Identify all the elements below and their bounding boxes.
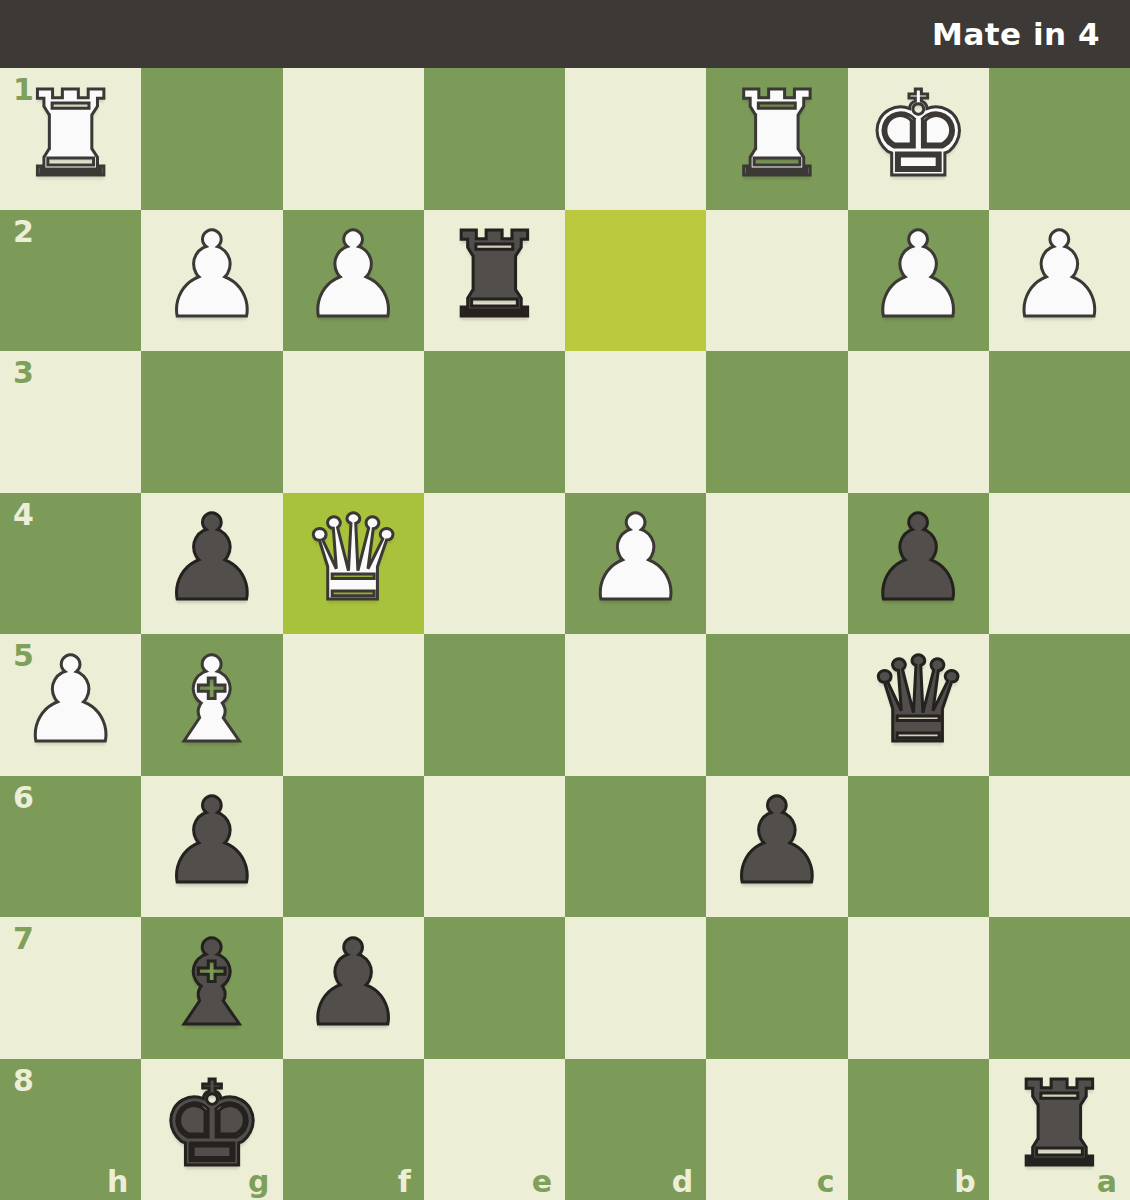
file-label-e: e	[532, 1167, 552, 1197]
rank-label-3: 3	[13, 358, 34, 388]
square-e2[interactable]: ♜	[424, 210, 565, 352]
square-c4[interactable]	[706, 493, 847, 635]
square-c6[interactable]: ♟	[706, 776, 847, 918]
square-c5[interactable]	[706, 634, 847, 776]
square-g2[interactable]: ♟	[141, 210, 282, 352]
white-pawn[interactable]: ♟	[583, 499, 689, 617]
white-pawn[interactable]: ♟	[865, 216, 971, 334]
white-rook[interactable]: ♜	[724, 75, 830, 193]
square-g7[interactable]: ♝	[141, 917, 282, 1059]
square-c3[interactable]	[706, 351, 847, 493]
file-label-h: h	[107, 1167, 128, 1197]
square-c1[interactable]: ♜	[706, 68, 847, 210]
square-f7[interactable]: ♟	[283, 917, 424, 1059]
square-d1[interactable]	[565, 68, 706, 210]
square-g3[interactable]	[141, 351, 282, 493]
square-f8[interactable]: f	[283, 1059, 424, 1200]
square-e3[interactable]	[424, 351, 565, 493]
square-b5[interactable]: ♛	[848, 634, 989, 776]
square-g4[interactable]: ♟	[141, 493, 282, 635]
square-h7[interactable]: 7	[0, 917, 141, 1059]
square-f2[interactable]: ♟	[283, 210, 424, 352]
black-queen[interactable]: ♛	[865, 641, 971, 759]
square-e7[interactable]	[424, 917, 565, 1059]
square-e5[interactable]	[424, 634, 565, 776]
square-b1[interactable]: ♚	[848, 68, 989, 210]
square-a5[interactable]	[989, 634, 1130, 776]
black-bishop[interactable]: ♝	[159, 924, 265, 1042]
black-pawn[interactable]: ♟	[159, 782, 265, 900]
rank-label-8: 8	[13, 1066, 34, 1096]
black-pawn[interactable]: ♟	[865, 499, 971, 617]
square-d8[interactable]: d	[565, 1059, 706, 1200]
file-label-d: d	[672, 1167, 693, 1197]
square-a8[interactable]: ♜a	[989, 1059, 1130, 1200]
square-e4[interactable]	[424, 493, 565, 635]
square-a2[interactable]: ♟	[989, 210, 1130, 352]
file-label-b: b	[954, 1167, 975, 1197]
white-bishop[interactable]: ♝	[159, 641, 265, 759]
square-f5[interactable]	[283, 634, 424, 776]
square-b4[interactable]: ♟	[848, 493, 989, 635]
square-b3[interactable]	[848, 351, 989, 493]
square-f4[interactable]: ♛	[283, 493, 424, 635]
square-a6[interactable]	[989, 776, 1130, 918]
square-b8[interactable]: b	[848, 1059, 989, 1200]
square-d3[interactable]	[565, 351, 706, 493]
square-c2[interactable]	[706, 210, 847, 352]
square-h3[interactable]: 3	[0, 351, 141, 493]
square-g6[interactable]: ♟	[141, 776, 282, 918]
square-f1[interactable]	[283, 68, 424, 210]
square-a4[interactable]	[989, 493, 1130, 635]
square-d7[interactable]	[565, 917, 706, 1059]
square-h8[interactable]: 8h	[0, 1059, 141, 1200]
square-c8[interactable]: c	[706, 1059, 847, 1200]
white-pawn[interactable]: ♟	[300, 216, 406, 334]
file-label-g: g	[248, 1167, 269, 1197]
square-b6[interactable]	[848, 776, 989, 918]
square-g1[interactable]	[141, 68, 282, 210]
square-a3[interactable]	[989, 351, 1130, 493]
square-h6[interactable]: 6	[0, 776, 141, 918]
square-h1[interactable]: ♜1	[0, 68, 141, 210]
rank-label-5: 5	[13, 641, 34, 671]
rank-label-1: 1	[13, 75, 34, 105]
square-h4[interactable]: 4	[0, 493, 141, 635]
square-a7[interactable]	[989, 917, 1130, 1059]
white-king[interactable]: ♚	[865, 75, 971, 193]
square-c7[interactable]	[706, 917, 847, 1059]
square-e8[interactable]: e	[424, 1059, 565, 1200]
rank-label-4: 4	[13, 500, 34, 530]
square-b2[interactable]: ♟	[848, 210, 989, 352]
file-label-f: f	[398, 1167, 411, 1197]
file-label-a: a	[1097, 1167, 1117, 1197]
square-d6[interactable]	[565, 776, 706, 918]
square-d5[interactable]	[565, 634, 706, 776]
square-b7[interactable]	[848, 917, 989, 1059]
square-d4[interactable]: ♟	[565, 493, 706, 635]
rank-label-2: 2	[13, 217, 34, 247]
square-e6[interactable]	[424, 776, 565, 918]
square-h5[interactable]: ♟5	[0, 634, 141, 776]
square-g8[interactable]: ♚g	[141, 1059, 282, 1200]
black-pawn[interactable]: ♟	[159, 499, 265, 617]
black-pawn[interactable]: ♟	[300, 924, 406, 1042]
square-h2[interactable]: 2	[0, 210, 141, 352]
black-rook[interactable]: ♜	[441, 216, 547, 334]
white-queen[interactable]: ♛	[300, 499, 406, 617]
square-e1[interactable]	[424, 68, 565, 210]
square-f3[interactable]	[283, 351, 424, 493]
white-pawn[interactable]: ♟	[1006, 216, 1112, 334]
square-f6[interactable]	[283, 776, 424, 918]
square-g5[interactable]: ♝	[141, 634, 282, 776]
rank-label-6: 6	[13, 783, 34, 813]
status-bar: Mate in 4	[0, 0, 1130, 68]
square-d2[interactable]	[565, 210, 706, 352]
chess-board: ♜1♜♚2♟♟♜♟♟34♟♛♟♟♟5♝♛6♟♟7♝♟8h♚gfedcb♜a	[0, 68, 1130, 1200]
puzzle-goal-label: Mate in 4	[932, 16, 1100, 52]
white-pawn[interactable]: ♟	[159, 216, 265, 334]
black-pawn[interactable]: ♟	[724, 782, 830, 900]
rank-label-7: 7	[13, 924, 34, 954]
square-a1[interactable]	[989, 68, 1130, 210]
file-label-c: c	[817, 1167, 835, 1197]
